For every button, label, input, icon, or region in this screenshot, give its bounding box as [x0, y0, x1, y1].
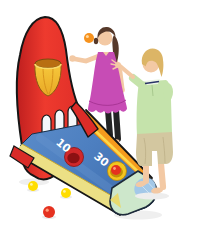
- girl-throwing-arm: [75, 56, 99, 61]
- ball-highlight: [46, 209, 49, 212]
- product-photo-pop-up-ball-toss: 10 30: [0, 0, 206, 240]
- ball-highlight: [86, 35, 89, 38]
- ball-in-flight-orange: [84, 33, 94, 43]
- scene-canvas: 10 30: [0, 0, 206, 240]
- ball-highlight: [113, 167, 116, 170]
- girl-pigtail-small: [94, 38, 98, 44]
- boy-shorts: [136, 132, 173, 166]
- floor-ball-red: [43, 206, 55, 218]
- ball-highlight: [63, 190, 66, 193]
- floor-ball-yellow: [28, 181, 38, 191]
- girl-legging-right: [116, 110, 118, 139]
- girl-legging-left: [108, 110, 110, 135]
- score-hole-30: [108, 162, 127, 181]
- girl-fist: [69, 55, 75, 61]
- floor-ball-yellow: [61, 188, 71, 198]
- ball-highlight: [30, 183, 33, 186]
- boy-right-sleeve: [163, 83, 173, 101]
- ball-in-hole-30: [111, 165, 121, 175]
- hole-10-pit: [67, 153, 79, 163]
- boy-leg-back: [161, 164, 163, 187]
- boy-feet-shadow: [135, 193, 169, 200]
